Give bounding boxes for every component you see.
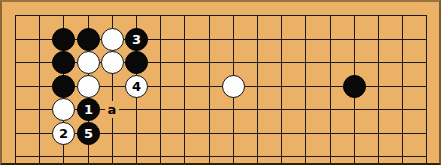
- stone-black: [77, 28, 100, 51]
- stone-black: [52, 28, 75, 51]
- stone-white: [52, 98, 75, 121]
- grid-line: [257, 15, 258, 163]
- grid-line: [281, 15, 282, 163]
- grid-line: [39, 15, 40, 163]
- grid-line: [305, 15, 306, 163]
- stone-white-move-4: 4: [125, 75, 148, 98]
- stone-black: [52, 51, 75, 74]
- grid-line: [402, 15, 403, 163]
- grid-line: [330, 15, 331, 163]
- stone-black-move-3: 3: [125, 28, 148, 51]
- grid-line: [184, 15, 185, 163]
- grid-line: [426, 15, 427, 163]
- grid-line: [378, 15, 379, 163]
- go-board-diagram: 34125a: [0, 0, 441, 165]
- grid-line: [15, 15, 427, 16]
- grid-line: [209, 15, 210, 163]
- grid-line: [15, 15, 16, 163]
- stone-black: [125, 51, 148, 74]
- stone-black-move-5: 5: [77, 122, 100, 145]
- stone-white: [101, 28, 124, 51]
- stone-white: [101, 51, 124, 74]
- stone-white: [77, 75, 100, 98]
- stone-white-move-2: 2: [52, 122, 75, 145]
- stone-white: [222, 75, 245, 98]
- stone-white: [77, 51, 100, 74]
- stone-black-move-1: 1: [77, 98, 100, 121]
- grid-line: [15, 156, 427, 157]
- point-label-a: a: [105, 101, 119, 118]
- stone-black: [52, 75, 75, 98]
- stone-black: [343, 75, 366, 98]
- grid-line: [160, 15, 161, 163]
